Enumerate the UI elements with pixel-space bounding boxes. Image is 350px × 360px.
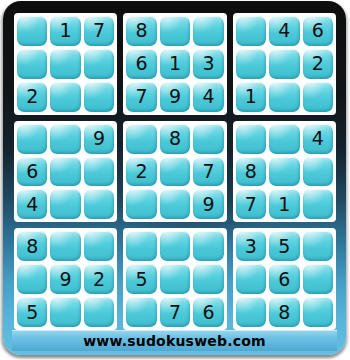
cell-r9c8[interactable]: 8	[269, 297, 299, 327]
box-r2c2: 8279	[123, 121, 226, 223]
cell-r5c3[interactable]	[84, 157, 114, 187]
cell-r7c5[interactable]	[160, 231, 190, 261]
cell-r3c3[interactable]	[84, 82, 114, 112]
cell-r8c6[interactable]	[193, 264, 223, 294]
cell-r8c9[interactable]	[303, 264, 333, 294]
cell-r6c3[interactable]	[84, 189, 114, 219]
cell-r3c5[interactable]: 9	[160, 82, 190, 112]
box-r2c1: 964	[14, 121, 117, 223]
cell-r8c7[interactable]	[236, 264, 266, 294]
box-r1c2: 8613794	[123, 13, 226, 115]
cell-r2c6[interactable]: 3	[193, 49, 223, 79]
cell-r8c5[interactable]	[160, 264, 190, 294]
cell-r7c6[interactable]	[193, 231, 223, 261]
cell-r3c8[interactable]	[269, 82, 299, 112]
cell-r2c8[interactable]	[269, 49, 299, 79]
cell-r3c7[interactable]: 1	[236, 82, 266, 112]
cell-r6c2[interactable]	[50, 189, 80, 219]
cell-r1c6[interactable]	[193, 16, 223, 46]
cell-r3c2[interactable]	[50, 82, 80, 112]
cell-r5c7[interactable]: 8	[236, 157, 266, 187]
cell-r5c1[interactable]: 6	[17, 157, 47, 187]
cell-r9c4[interactable]	[126, 297, 156, 327]
cell-r2c4[interactable]: 6	[126, 49, 156, 79]
cell-r4c3[interactable]: 9	[84, 124, 114, 154]
cell-r2c3[interactable]	[84, 49, 114, 79]
cell-r8c4[interactable]: 5	[126, 264, 156, 294]
box-r3c1: 8925	[14, 228, 117, 330]
cell-r6c4[interactable]	[126, 189, 156, 219]
cell-r9c3[interactable]	[84, 297, 114, 327]
cell-r7c3[interactable]	[84, 231, 114, 261]
cell-r3c4[interactable]: 7	[126, 82, 156, 112]
cell-r1c9[interactable]: 6	[303, 16, 333, 46]
cell-r5c9[interactable]	[303, 157, 333, 187]
cell-r1c4[interactable]: 8	[126, 16, 156, 46]
cell-r6c1[interactable]: 4	[17, 189, 47, 219]
sudoku-app: 172861379446219648279487189255763568 www…	[0, 0, 350, 360]
cell-r3c1[interactable]: 2	[17, 82, 47, 112]
cell-r2c5[interactable]: 1	[160, 49, 190, 79]
cell-r6c6[interactable]: 9	[193, 189, 223, 219]
cell-r7c1[interactable]: 8	[17, 231, 47, 261]
cell-r2c9[interactable]: 2	[303, 49, 333, 79]
cell-r4c8[interactable]	[269, 124, 299, 154]
cell-r8c3[interactable]: 2	[84, 264, 114, 294]
cell-r3c6[interactable]: 4	[193, 82, 223, 112]
cell-r1c5[interactable]	[160, 16, 190, 46]
cell-r6c9[interactable]	[303, 189, 333, 219]
cell-r7c4[interactable]	[126, 231, 156, 261]
cell-r6c8[interactable]: 1	[269, 189, 299, 219]
box-r2c3: 4871	[233, 121, 336, 223]
cell-r8c8[interactable]: 6	[269, 264, 299, 294]
cell-r8c1[interactable]	[17, 264, 47, 294]
cell-r7c2[interactable]	[50, 231, 80, 261]
cell-r6c7[interactable]: 7	[236, 189, 266, 219]
cell-r7c8[interactable]: 5	[269, 231, 299, 261]
cell-r9c7[interactable]	[236, 297, 266, 327]
footer-band: www.sudokusweb.com	[12, 330, 337, 351]
cell-r5c2[interactable]	[50, 157, 80, 187]
site-link[interactable]: www.sudokusweb.com	[83, 333, 266, 349]
cell-r1c1[interactable]	[17, 16, 47, 46]
cell-r9c1[interactable]: 5	[17, 297, 47, 327]
cell-r2c2[interactable]	[50, 49, 80, 79]
sudoku-grid: 172861379446219648279487189255763568	[14, 13, 336, 330]
cell-r5c5[interactable]	[160, 157, 190, 187]
cell-r1c7[interactable]	[236, 16, 266, 46]
cell-r4c7[interactable]	[236, 124, 266, 154]
cell-r3c9[interactable]	[303, 82, 333, 112]
cell-r1c8[interactable]: 4	[269, 16, 299, 46]
cell-r1c3[interactable]: 7	[84, 16, 114, 46]
cell-r9c6[interactable]: 6	[193, 297, 223, 327]
cell-r4c2[interactable]	[50, 124, 80, 154]
cell-r4c5[interactable]: 8	[160, 124, 190, 154]
box-r3c3: 3568	[233, 228, 336, 330]
cell-r2c1[interactable]	[17, 49, 47, 79]
cell-r1c2[interactable]: 1	[50, 16, 80, 46]
box-r3c2: 576	[123, 228, 226, 330]
cell-r2c7[interactable]	[236, 49, 266, 79]
cell-r4c9[interactable]: 4	[303, 124, 333, 154]
cell-r6c5[interactable]	[160, 189, 190, 219]
cell-r9c9[interactable]	[303, 297, 333, 327]
cell-r9c5[interactable]: 7	[160, 297, 190, 327]
cell-r5c8[interactable]	[269, 157, 299, 187]
cell-r7c9[interactable]	[303, 231, 333, 261]
cell-r5c6[interactable]: 7	[193, 157, 223, 187]
cell-r8c2[interactable]: 9	[50, 264, 80, 294]
cell-r7c7[interactable]: 3	[236, 231, 266, 261]
cell-r4c6[interactable]	[193, 124, 223, 154]
cell-r4c1[interactable]	[17, 124, 47, 154]
box-r1c1: 172	[14, 13, 117, 115]
box-r1c3: 4621	[233, 13, 336, 115]
cell-r4c4[interactable]	[126, 124, 156, 154]
cell-r5c4[interactable]: 2	[126, 157, 156, 187]
cell-r9c2[interactable]	[50, 297, 80, 327]
